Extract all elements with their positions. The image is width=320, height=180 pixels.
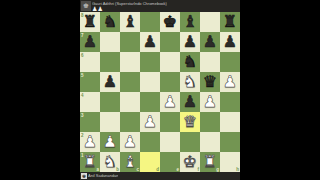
square-d7[interactable]: ♟ [140, 32, 160, 52]
square-e7[interactable] [160, 32, 180, 52]
square-d8[interactable] [140, 12, 160, 32]
top-player-avatar[interactable]: ♚ [81, 1, 91, 11]
piece-black-king[interactable]: ♚ [163, 12, 177, 32]
square-a4[interactable]: 4 [80, 92, 100, 112]
square-d3[interactable]: ♟ [140, 112, 160, 132]
square-h8[interactable]: ♜ [220, 12, 240, 32]
piece-black-queen[interactable]: ♛ [203, 72, 217, 92]
piece-white-rook[interactable]: ♜ [83, 152, 97, 172]
piece-white-knight[interactable]: ♞ [103, 152, 117, 172]
square-d2[interactable] [140, 132, 160, 152]
rank-label-7: 7 [81, 33, 84, 38]
square-d6[interactable] [140, 52, 160, 72]
bottom-player-bar: ♚ Anil Sadanandan [80, 172, 240, 180]
top-player-info: Gauri Adithri (SuperstarIndo Chromebook)… [92, 0, 167, 12]
file-label-g: g [216, 167, 219, 172]
piece-black-pawn[interactable]: ♟ [103, 72, 117, 92]
piece-white-pawn[interactable]: ♟ [203, 92, 217, 112]
square-f7[interactable]: ♟ [180, 32, 200, 52]
square-e4[interactable]: ♟ [160, 92, 180, 112]
rank-label-2: 2 [81, 133, 84, 138]
piece-black-pawn[interactable]: ♟ [143, 32, 157, 52]
square-e6[interactable] [160, 52, 180, 72]
square-h6[interactable] [220, 52, 240, 72]
square-g7[interactable]: ♟ [200, 32, 220, 52]
file-label-h: h [236, 167, 239, 172]
square-a5[interactable]: 5 [80, 72, 100, 92]
square-g4[interactable]: ♟ [200, 92, 220, 112]
square-b1[interactable]: b♞ [100, 152, 120, 172]
square-e3[interactable] [160, 112, 180, 132]
square-g1[interactable]: g♜ [200, 152, 220, 172]
square-f3[interactable]: ♛ [180, 112, 200, 132]
square-b3[interactable] [100, 112, 120, 132]
bottom-player-name: Anil Sadanandan [88, 173, 118, 179]
rank-label-8: 8 [81, 13, 84, 18]
square-h1[interactable]: h [220, 152, 240, 172]
square-d4[interactable] [140, 92, 160, 112]
square-f2[interactable] [180, 132, 200, 152]
piece-black-pawn[interactable]: ♟ [183, 32, 197, 52]
square-c5[interactable] [120, 72, 140, 92]
piece-white-pawn[interactable]: ♟ [123, 132, 137, 152]
screen: ♚ Gauri Adithri (SuperstarIndo Chromeboo… [0, 0, 320, 180]
square-b4[interactable] [100, 92, 120, 112]
square-h2[interactable] [220, 132, 240, 152]
square-c7[interactable] [120, 32, 140, 52]
piece-black-bishop[interactable]: ♝ [123, 12, 137, 32]
square-h4[interactable] [220, 92, 240, 112]
square-a3[interactable]: 3 [80, 112, 100, 132]
square-c2[interactable]: ♟ [120, 132, 140, 152]
rank-label-4: 4 [81, 93, 84, 98]
piece-black-rook[interactable]: ♜ [223, 12, 237, 32]
chess-board: 8♜♞♝♚♝♜7♟♟♟♟♟6♞5♟♞♛♟4♟♟♟3♟♛2♟♟♟1a♜b♞c♝de… [80, 12, 240, 172]
rank-label-5: 5 [81, 73, 84, 78]
square-f4[interactable]: ♟ [180, 92, 200, 112]
file-label-f: f [198, 167, 200, 172]
piece-black-pawn[interactable]: ♟ [223, 32, 237, 52]
square-g2[interactable] [200, 132, 220, 152]
square-h7[interactable]: ♟ [220, 32, 240, 52]
piece-white-pawn[interactable]: ♟ [223, 72, 237, 92]
rank-label-3: 3 [81, 113, 84, 118]
piece-white-pawn[interactable]: ♟ [103, 132, 117, 152]
piece-black-knight[interactable]: ♞ [103, 12, 117, 32]
chess-app-window: ♚ Gauri Adithri (SuperstarIndo Chromeboo… [80, 0, 240, 180]
square-c4[interactable] [120, 92, 140, 112]
piece-white-pawn[interactable]: ♟ [83, 132, 97, 152]
piece-black-pawn[interactable]: ♟ [183, 92, 197, 112]
square-e8[interactable]: ♚ [160, 12, 180, 32]
piece-black-pawn[interactable]: ♟ [83, 32, 97, 52]
square-c3[interactable] [120, 112, 140, 132]
square-h5[interactable]: ♟ [220, 72, 240, 92]
square-e5[interactable] [160, 72, 180, 92]
square-h3[interactable] [220, 112, 240, 132]
square-b7[interactable] [100, 32, 120, 52]
top-player-bar: ♚ Gauri Adithri (SuperstarIndo Chromeboo… [80, 0, 240, 12]
file-label-d: d [156, 167, 159, 172]
square-b2[interactable]: ♟ [100, 132, 120, 152]
square-g8[interactable] [200, 12, 220, 32]
file-label-b: b [116, 167, 119, 172]
rank-label-6: 6 [81, 53, 84, 58]
bottom-player-avatar[interactable]: ♚ [81, 173, 87, 179]
piece-white-rook[interactable]: ♜ [203, 152, 217, 172]
square-a6[interactable]: 6 [80, 52, 100, 72]
square-f8[interactable]: ♝ [180, 12, 200, 32]
square-c8[interactable]: ♝ [120, 12, 140, 32]
square-f6[interactable]: ♞ [180, 52, 200, 72]
piece-white-pawn[interactable]: ♟ [143, 112, 157, 132]
piece-white-pawn[interactable]: ♟ [163, 92, 177, 112]
square-b6[interactable] [100, 52, 120, 72]
square-d1[interactable]: d [140, 152, 160, 172]
square-g3[interactable] [200, 112, 220, 132]
file-label-a: a [96, 167, 99, 172]
piece-black-bishop[interactable]: ♝ [183, 12, 197, 32]
piece-black-rook[interactable]: ♜ [83, 12, 97, 32]
square-f1[interactable]: f♚ [180, 152, 200, 172]
square-e1[interactable]: e [160, 152, 180, 172]
file-label-e: e [176, 167, 179, 172]
square-d5[interactable] [140, 72, 160, 92]
piece-black-knight[interactable]: ♞ [183, 52, 197, 72]
piece-white-bishop[interactable]: ♝ [123, 152, 137, 172]
square-g5[interactable]: ♛ [200, 72, 220, 92]
square-f5[interactable]: ♞ [180, 72, 200, 92]
piece-white-queen[interactable]: ♛ [183, 112, 197, 132]
square-g6[interactable] [200, 52, 220, 72]
rank-label-1: 1 [81, 153, 84, 158]
square-a2[interactable]: 2♟ [80, 132, 100, 152]
square-c1[interactable]: c♝ [120, 152, 140, 172]
file-label-c: c [136, 167, 139, 172]
square-a8[interactable]: 8♜ [80, 12, 100, 32]
square-a7[interactable]: 7♟ [80, 32, 100, 52]
square-e2[interactable] [160, 132, 180, 152]
square-a1[interactable]: 1a♜ [80, 152, 100, 172]
square-b5[interactable]: ♟ [100, 72, 120, 92]
piece-black-pawn[interactable]: ♟ [203, 32, 217, 52]
square-c6[interactable] [120, 52, 140, 72]
piece-white-knight[interactable]: ♞ [183, 72, 197, 92]
piece-white-king[interactable]: ♚ [183, 152, 197, 172]
square-b8[interactable]: ♞ [100, 12, 120, 32]
